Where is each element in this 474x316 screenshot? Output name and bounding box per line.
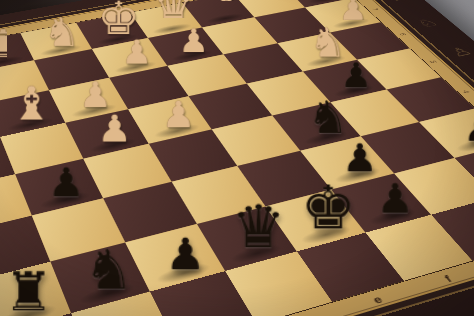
black-pawn-b4[interactable]: ♟ [47, 163, 84, 203]
file-label-e: e [337, 284, 417, 315]
chess-board-3d: ♖♙♘♙♗♙♕♙ ♙♗♘♙♗♙♘♙ ♜♞♚♛♝♜♟♟♟♝♟♞♟♟♟♟♞♟♟♜♞♟… [0, 0, 474, 316]
white-bishop-f8[interactable]: ♝ [208, 0, 244, 20]
engraved-piece-icon: ♘ [413, 16, 442, 31]
scene: ♖♙♘♙♗♙♕♙ ♙♗♘♙♗♙♘♙ ♜♞♚♛♝♜♟♟♟♝♟♞♟♟♟♟♞♟♟♜♞♟… [0, 0, 474, 316]
white-rook-b8[interactable]: ♜ [0, 25, 21, 63]
white-pawn-d5[interactable]: ♟ [161, 97, 195, 133]
board-frame: ♜♞♚♛♝♜♟♟♟♝♟♞♟♟♟♟♞♟♟♜♞♟♛♚♟♜ abcdefgh 8765… [0, 0, 474, 316]
engraved-piece-icon: ♗ [383, 0, 411, 4]
black-pawn-h3[interactable]: ♟ [463, 110, 474, 147]
black-pawn-g5[interactable]: ♟ [340, 59, 372, 93]
black-pawn-f3[interactable]: ♟ [342, 139, 378, 178]
white-pawn-e7[interactable]: ♟ [178, 25, 208, 57]
black-queen-d2[interactable]: ♛ [231, 198, 286, 257]
black-rook-a2[interactable]: ♜ [4, 266, 53, 316]
black-pawn-c2[interactable]: ♟ [165, 233, 205, 277]
white-pawn-c5[interactable]: ♟ [97, 111, 131, 148]
white-pawn-d7[interactable]: ♟ [121, 36, 152, 69]
black-king-e2[interactable]: ♚ [300, 178, 356, 238]
board-grid: ♜♞♚♛♝♜♟♟♟♝♟♞♟♟♟♟♞♟♟♜♞♟♛♚♟♜ [0, 0, 474, 316]
white-bishop-b6[interactable]: ♝ [10, 81, 53, 127]
black-pawn-f2[interactable]: ♟ [376, 179, 414, 220]
black-knight-b2[interactable]: ♞ [83, 243, 133, 297]
board-border: ♖♙♘♙♗♙♕♙ ♙♗♘♙♗♙♘♙ ♜♞♚♛♝♜♟♟♟♝♟♞♟♟♟♟♞♟♟♜♞♟… [0, 0, 474, 316]
white-knight-c8[interactable]: ♞ [43, 13, 80, 52]
square-a2[interactable]: ♜ [0, 262, 71, 316]
black-knight-f4[interactable]: ♞ [307, 95, 349, 140]
